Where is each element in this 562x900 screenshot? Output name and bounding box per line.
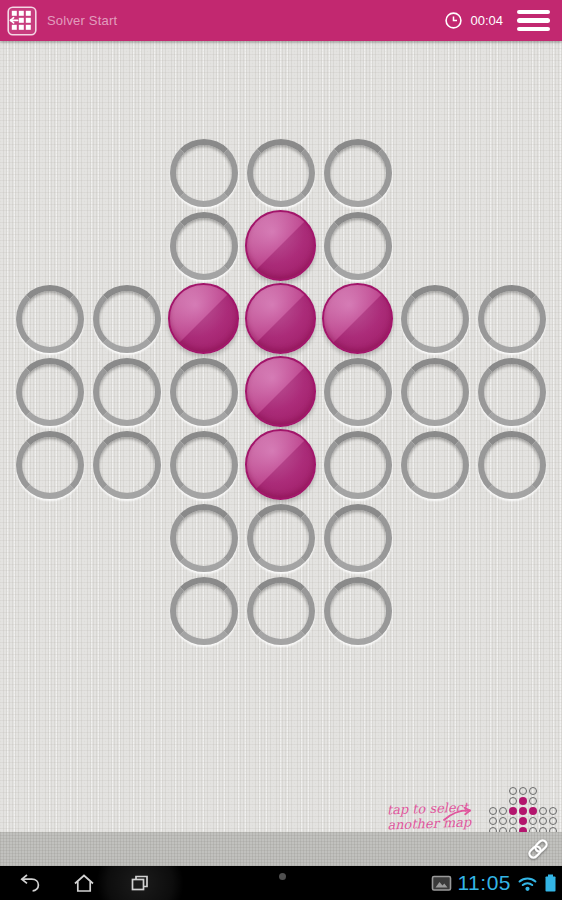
minimap-peg bbox=[519, 807, 527, 815]
minimap-peg bbox=[529, 807, 537, 815]
arrow-icon bbox=[442, 804, 476, 824]
empty-hole-r5c3[interactable] bbox=[170, 431, 238, 499]
empty-hole-r5c1[interactable] bbox=[16, 431, 84, 499]
bottom-toolbar bbox=[0, 832, 562, 866]
menu-bar bbox=[517, 10, 550, 15]
empty-hole-r1c3[interactable] bbox=[170, 139, 238, 207]
empty-hole-r3c6[interactable] bbox=[401, 285, 469, 353]
empty-hole-r4c7[interactable] bbox=[478, 358, 546, 426]
peg-r3c3[interactable] bbox=[168, 283, 239, 354]
empty-hole-r3c1[interactable] bbox=[16, 285, 84, 353]
empty-hole-r5c5[interactable] bbox=[324, 431, 392, 499]
empty-hole-r6c5[interactable] bbox=[324, 504, 392, 572]
empty-hole-r4c5[interactable] bbox=[324, 358, 392, 426]
minimap-hole bbox=[489, 817, 497, 825]
minimap-hole bbox=[539, 817, 547, 825]
minimap-hole bbox=[539, 807, 547, 815]
empty-hole-r6c3[interactable] bbox=[170, 504, 238, 572]
app-header: Solver Start 00:04 bbox=[0, 0, 562, 41]
menu-button[interactable] bbox=[517, 10, 550, 32]
peg-r4c4[interactable] bbox=[245, 356, 316, 427]
empty-hole-r4c3[interactable] bbox=[170, 358, 238, 426]
empty-hole-r1c5[interactable] bbox=[324, 139, 392, 207]
page-title: Solver Start bbox=[47, 13, 117, 28]
clock-icon bbox=[444, 11, 463, 30]
empty-hole-r3c2[interactable] bbox=[93, 285, 161, 353]
status-time: 11:05 bbox=[458, 871, 512, 895]
empty-hole-r4c2[interactable] bbox=[93, 358, 161, 426]
timer-value: 00:04 bbox=[470, 13, 503, 28]
empty-hole-r7c5[interactable] bbox=[324, 577, 392, 645]
menu-bar bbox=[517, 27, 550, 32]
link-icon[interactable] bbox=[525, 836, 551, 862]
app-screen: Solver Start 00:04 tap to select another… bbox=[0, 0, 562, 900]
app-grid-icon[interactable] bbox=[7, 6, 37, 36]
empty-hole-r6c4[interactable] bbox=[247, 504, 315, 572]
minimap-hole bbox=[519, 787, 527, 795]
image-notification-icon[interactable] bbox=[431, 873, 452, 893]
empty-hole-r4c1[interactable] bbox=[16, 358, 84, 426]
peg-board bbox=[11, 136, 550, 647]
peg-r5c4[interactable] bbox=[245, 429, 316, 500]
minimap-hole bbox=[509, 817, 517, 825]
back-button[interactable] bbox=[8, 866, 52, 900]
board-area: tap to select another map bbox=[0, 41, 562, 832]
empty-hole-r7c4[interactable] bbox=[247, 577, 315, 645]
home-button[interactable] bbox=[62, 866, 106, 900]
menu-bar bbox=[517, 18, 550, 23]
empty-hole-r2c5[interactable] bbox=[324, 212, 392, 280]
empty-hole-r4c6[interactable] bbox=[401, 358, 469, 426]
minimap-hole bbox=[549, 817, 557, 825]
wifi-icon bbox=[517, 873, 538, 893]
peg-r3c5[interactable] bbox=[322, 283, 393, 354]
peg-r2c4[interactable] bbox=[245, 210, 316, 281]
empty-hole-r2c3[interactable] bbox=[170, 212, 238, 280]
minimap-hole bbox=[529, 787, 537, 795]
minimap-hole bbox=[529, 797, 537, 805]
minimap-hole bbox=[529, 817, 537, 825]
battery-icon bbox=[544, 872, 557, 894]
minimap-peg bbox=[509, 807, 517, 815]
minimap-hole bbox=[509, 797, 517, 805]
empty-hole-r3c7[interactable] bbox=[478, 285, 546, 353]
peg-r3c4[interactable] bbox=[245, 283, 316, 354]
minimap-hole bbox=[489, 807, 497, 815]
empty-hole-r5c7[interactable] bbox=[478, 431, 546, 499]
minimap-peg bbox=[519, 797, 527, 805]
empty-hole-r1c4[interactable] bbox=[247, 139, 315, 207]
recents-button[interactable] bbox=[118, 866, 162, 900]
empty-hole-r5c6[interactable] bbox=[401, 431, 469, 499]
minimap-hole bbox=[499, 807, 507, 815]
status-cluster: 11:05 bbox=[431, 866, 558, 900]
empty-hole-r7c3[interactable] bbox=[170, 577, 238, 645]
minimap-peg bbox=[519, 817, 527, 825]
minimap-hole bbox=[549, 807, 557, 815]
minimap-hole bbox=[509, 787, 517, 795]
empty-hole-r5c2[interactable] bbox=[93, 431, 161, 499]
minimap-hole bbox=[499, 817, 507, 825]
nav-dot bbox=[279, 873, 286, 880]
